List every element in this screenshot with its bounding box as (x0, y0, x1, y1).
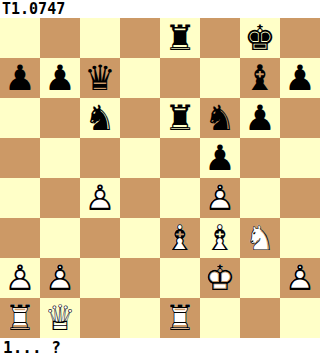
square-h7[interactable]: ♟ (280, 58, 320, 98)
piece-outline: ♘ (240, 218, 280, 258)
square-d7[interactable] (120, 58, 160, 98)
square-b5[interactable] (40, 138, 80, 178)
puzzle-title: T1.0747 (2, 1, 65, 18)
white-pawn: ♟♙ (40, 258, 80, 298)
square-e6[interactable]: ♜ (160, 98, 200, 138)
white-pawn: ♟♙ (280, 258, 320, 298)
piece-glyph: ♞ (200, 98, 240, 138)
square-e4[interactable] (160, 178, 200, 218)
white-pawn: ♟♙ (80, 178, 120, 218)
square-f3[interactable]: ♝♗ (200, 218, 240, 258)
square-h3[interactable] (280, 218, 320, 258)
square-c5[interactable] (80, 138, 120, 178)
move-prompt: 1... ? (3, 339, 61, 357)
square-a5[interactable] (0, 138, 40, 178)
square-h2[interactable]: ♟♙ (280, 258, 320, 298)
square-c4[interactable]: ♟♙ (80, 178, 120, 218)
black-pawn: ♟ (280, 58, 320, 98)
black-king: ♚ (240, 18, 280, 58)
piece-glyph: ♝ (240, 58, 280, 98)
white-pawn: ♟♙ (200, 178, 240, 218)
square-f2[interactable]: ♚♔ (200, 258, 240, 298)
square-d2[interactable] (120, 258, 160, 298)
white-rook: ♜♖ (160, 298, 200, 338)
square-e8[interactable]: ♜ (160, 18, 200, 58)
square-g8[interactable]: ♚ (240, 18, 280, 58)
black-queen: ♛ (80, 58, 120, 98)
piece-glyph: ♚ (240, 18, 280, 58)
square-d4[interactable] (120, 178, 160, 218)
square-h8[interactable] (280, 18, 320, 58)
piece-glyph: ♞ (80, 98, 120, 138)
square-b1[interactable]: ♛♕ (40, 298, 80, 338)
square-a6[interactable] (0, 98, 40, 138)
piece-outline: ♔ (200, 258, 240, 298)
square-d8[interactable] (120, 18, 160, 58)
square-h6[interactable] (280, 98, 320, 138)
piece-outline: ♗ (160, 218, 200, 258)
square-d3[interactable] (120, 218, 160, 258)
black-pawn: ♟ (0, 58, 40, 98)
piece-glyph: ♟ (280, 58, 320, 98)
square-e3[interactable]: ♝♗ (160, 218, 200, 258)
piece-outline: ♙ (200, 178, 240, 218)
square-d5[interactable] (120, 138, 160, 178)
black-rook: ♜ (160, 98, 200, 138)
square-c1[interactable] (80, 298, 120, 338)
square-a1[interactable]: ♜♖ (0, 298, 40, 338)
square-f1[interactable] (200, 298, 240, 338)
piece-outline: ♖ (160, 298, 200, 338)
square-h1[interactable] (280, 298, 320, 338)
piece-outline: ♖ (0, 298, 40, 338)
square-a7[interactable]: ♟ (0, 58, 40, 98)
piece-glyph: ♜ (160, 18, 200, 58)
square-e1[interactable]: ♜♖ (160, 298, 200, 338)
square-a8[interactable] (0, 18, 40, 58)
square-c3[interactable] (80, 218, 120, 258)
black-bishop: ♝ (240, 58, 280, 98)
square-g6[interactable]: ♟ (240, 98, 280, 138)
square-d1[interactable] (120, 298, 160, 338)
square-b3[interactable] (40, 218, 80, 258)
piece-glyph: ♟ (240, 98, 280, 138)
piece-outline: ♙ (0, 258, 40, 298)
piece-outline: ♙ (40, 258, 80, 298)
piece-outline: ♙ (280, 258, 320, 298)
square-e7[interactable] (160, 58, 200, 98)
square-g2[interactable] (240, 258, 280, 298)
piece-glyph: ♟ (40, 58, 80, 98)
piece-glyph: ♜ (160, 98, 200, 138)
square-h5[interactable] (280, 138, 320, 178)
square-e5[interactable] (160, 138, 200, 178)
piece-outline: ♙ (80, 178, 120, 218)
square-f8[interactable] (200, 18, 240, 58)
black-pawn: ♟ (200, 138, 240, 178)
white-king: ♚♔ (200, 258, 240, 298)
square-e2[interactable] (160, 258, 200, 298)
white-bishop: ♝♗ (200, 218, 240, 258)
square-c7[interactable]: ♛ (80, 58, 120, 98)
square-f4[interactable]: ♟♙ (200, 178, 240, 218)
square-b6[interactable] (40, 98, 80, 138)
square-b8[interactable] (40, 18, 80, 58)
piece-outline: ♕ (40, 298, 80, 338)
white-rook: ♜♖ (0, 298, 40, 338)
square-h4[interactable] (280, 178, 320, 218)
square-d6[interactable] (120, 98, 160, 138)
white-pawn: ♟♙ (0, 258, 40, 298)
piece-outline: ♗ (200, 218, 240, 258)
square-c2[interactable] (80, 258, 120, 298)
black-pawn: ♟ (40, 58, 80, 98)
piece-glyph: ♛ (80, 58, 120, 98)
square-g3[interactable]: ♞♘ (240, 218, 280, 258)
piece-glyph: ♟ (200, 138, 240, 178)
piece-glyph: ♟ (0, 58, 40, 98)
square-g7[interactable]: ♝ (240, 58, 280, 98)
square-g1[interactable] (240, 298, 280, 338)
square-a3[interactable] (0, 218, 40, 258)
black-knight: ♞ (80, 98, 120, 138)
square-c6[interactable]: ♞ (80, 98, 120, 138)
white-bishop: ♝♗ (160, 218, 200, 258)
white-knight: ♞♘ (240, 218, 280, 258)
black-rook: ♜ (160, 18, 200, 58)
square-f5[interactable]: ♟ (200, 138, 240, 178)
square-b4[interactable] (40, 178, 80, 218)
square-c8[interactable] (80, 18, 120, 58)
black-pawn: ♟ (240, 98, 280, 138)
square-g5[interactable] (240, 138, 280, 178)
board: ♜♚♟♟♛♝♟♞♜♞♟♟♟♙♟♙♝♗♝♗♞♘♟♙♟♙♚♔♟♙♜♖♛♕♜♖ (0, 18, 320, 338)
square-g4[interactable] (240, 178, 280, 218)
square-a2[interactable]: ♟♙ (0, 258, 40, 298)
square-a4[interactable] (0, 178, 40, 218)
square-f6[interactable]: ♞ (200, 98, 240, 138)
black-knight: ♞ (200, 98, 240, 138)
square-f7[interactable] (200, 58, 240, 98)
square-b2[interactable]: ♟♙ (40, 258, 80, 298)
white-queen: ♛♕ (40, 298, 80, 338)
square-b7[interactable]: ♟ (40, 58, 80, 98)
